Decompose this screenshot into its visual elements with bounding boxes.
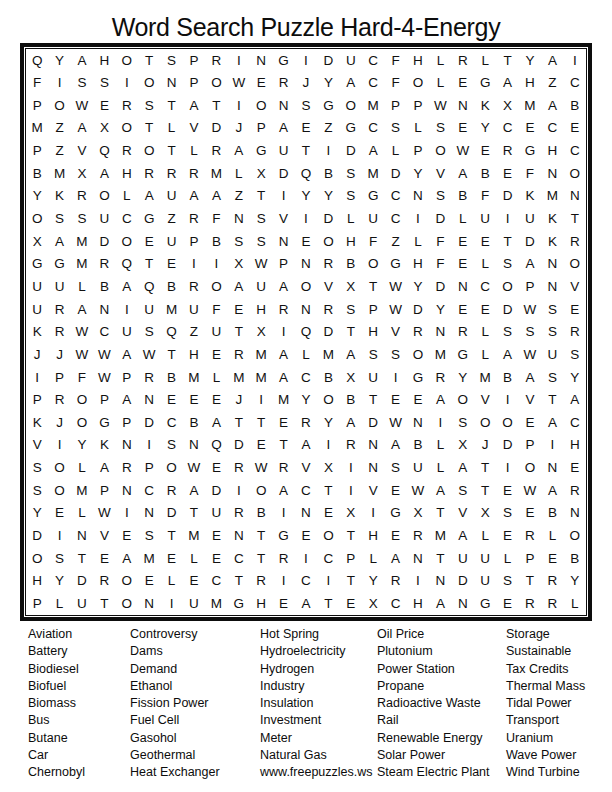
word-list-item: Gasohol — [130, 730, 220, 747]
word-list-item: Butane — [28, 730, 85, 747]
word-list-item: Thermal Mass — [506, 678, 585, 695]
word-list-item: www.freepuzzles.ws — [260, 764, 373, 781]
word-list-item: Natural Gas — [260, 747, 373, 764]
word-list-item: Rail — [377, 712, 490, 729]
word-list-column: Hot SpringHydroelectricityHydrogenIndust… — [260, 626, 373, 782]
word-list-item: Battery — [28, 643, 85, 660]
word-list-item: Biodiesel — [28, 661, 85, 678]
word-list-item: Uranium — [506, 730, 585, 747]
word-list-item: Dams — [130, 643, 220, 660]
word-list-item: Investment — [260, 712, 373, 729]
word-list-item: Tidal Power — [506, 695, 585, 712]
word-list-item: Radioactive Waste — [377, 695, 490, 712]
word-list-item: Fission Power — [130, 695, 220, 712]
word-list-item: Industry — [260, 678, 373, 695]
word-list-item: Ethanol — [130, 678, 220, 695]
word-list-item: Wave Power — [506, 747, 585, 764]
word-list-item: Biofuel — [28, 678, 85, 695]
word-list: AviationBatteryBiodieselBiofuelBiomassBu… — [0, 0, 612, 792]
word-list-item: Meter — [260, 730, 373, 747]
puzzle-page: Word Search Puzzle Hard-4-Energy QYAHOTS… — [0, 0, 612, 792]
word-list-column: StorageSustainableTax CreditsThermal Mas… — [506, 626, 585, 782]
word-list-item: Tax Credits — [506, 661, 585, 678]
word-list-column: Oil PricePlutoniumPower StationPropaneRa… — [377, 626, 490, 782]
word-list-item: Renewable Energy — [377, 730, 490, 747]
word-list-item: Aviation — [28, 626, 85, 643]
word-list-item: Bus — [28, 712, 85, 729]
word-list-column: AviationBatteryBiodieselBiofuelBiomassBu… — [28, 626, 85, 782]
word-list-item: Biomass — [28, 695, 85, 712]
word-list-item: Steam Electric Plant — [377, 764, 490, 781]
word-list-item: Sustainable — [506, 643, 585, 660]
word-list-item: Geothermal — [130, 747, 220, 764]
word-list-item: Hot Spring — [260, 626, 373, 643]
word-list-item: Propane — [377, 678, 490, 695]
word-list-item: Solar Power — [377, 747, 490, 764]
word-list-item: Transport — [506, 712, 585, 729]
word-list-item: Controversy — [130, 626, 220, 643]
word-list-column: ControversyDamsDemandEthanolFission Powe… — [130, 626, 220, 782]
word-list-item: Insulation — [260, 695, 373, 712]
word-list-item: Heat Exchanger — [130, 764, 220, 781]
word-list-item: Power Station — [377, 661, 490, 678]
word-list-item: Storage — [506, 626, 585, 643]
word-list-item: Car — [28, 747, 85, 764]
word-list-item: Oil Price — [377, 626, 490, 643]
word-list-item: Wind Turbine — [506, 764, 585, 781]
word-list-item: Chernobyl — [28, 764, 85, 781]
word-list-item: Plutonium — [377, 643, 490, 660]
word-list-item: Demand — [130, 661, 220, 678]
word-list-item: Fuel Cell — [130, 712, 220, 729]
word-list-item: Hydrogen — [260, 661, 373, 678]
word-list-item: Hydroelectricity — [260, 643, 373, 660]
